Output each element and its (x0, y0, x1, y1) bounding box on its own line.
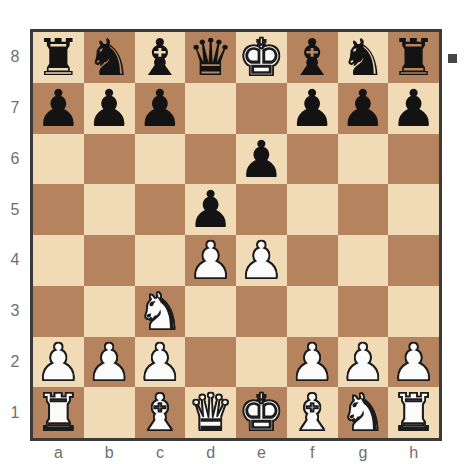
square-h6[interactable] (388, 134, 439, 185)
square-b1[interactable] (84, 387, 135, 438)
square-a7[interactable]: ♟ (33, 83, 84, 134)
square-c8[interactable]: ♝ (135, 32, 186, 83)
file-label-d: d (185, 443, 236, 463)
piece-black-king[interactable]: ♚ (236, 32, 287, 83)
board-frame: ♜♞♝♛♚♝♞♜♟♟♟♟♟♟♟♟♟♟♞♟♟♟♟♟♟♜♝♛♚♝♞♜ (30, 29, 442, 441)
file-label-a: a (33, 443, 84, 463)
square-c5[interactable] (135, 184, 186, 235)
square-d7[interactable] (185, 83, 236, 134)
square-g1[interactable]: ♞ (338, 387, 389, 438)
square-h8[interactable]: ♜ (388, 32, 439, 83)
chess-board[interactable]: ♜♞♝♛♚♝♞♜♟♟♟♟♟♟♟♟♟♟♞♟♟♟♟♟♟♜♝♛♚♝♞♜ (33, 32, 439, 438)
square-g8[interactable]: ♞ (338, 32, 389, 83)
square-a1[interactable]: ♜ (33, 387, 84, 438)
square-d3[interactable] (185, 286, 236, 337)
square-f2[interactable]: ♟ (287, 337, 338, 388)
square-f6[interactable] (287, 134, 338, 185)
piece-white-bishop[interactable]: ♝ (287, 387, 338, 438)
piece-white-king[interactable]: ♚ (236, 387, 287, 438)
square-a8[interactable]: ♜ (33, 32, 84, 83)
square-h5[interactable] (388, 184, 439, 235)
piece-white-pawn[interactable]: ♟ (185, 235, 236, 286)
square-b5[interactable] (84, 184, 135, 235)
square-h7[interactable]: ♟ (388, 83, 439, 134)
square-c4[interactable] (135, 235, 186, 286)
square-e3[interactable] (236, 286, 287, 337)
rank-label-1: 1 (0, 387, 30, 438)
square-c7[interactable]: ♟ (135, 83, 186, 134)
square-f5[interactable] (287, 184, 338, 235)
square-a5[interactable] (33, 184, 84, 235)
file-label-e: e (236, 443, 287, 463)
piece-black-queen[interactable]: ♛ (185, 32, 236, 83)
square-h1[interactable]: ♜ (388, 387, 439, 438)
square-c6[interactable] (135, 134, 186, 185)
piece-black-knight[interactable]: ♞ (338, 32, 389, 83)
piece-white-rook[interactable]: ♜ (388, 387, 439, 438)
piece-white-knight[interactable]: ♞ (338, 387, 389, 438)
square-e1[interactable]: ♚ (236, 387, 287, 438)
square-d2[interactable] (185, 337, 236, 388)
piece-white-pawn[interactable]: ♟ (135, 337, 186, 388)
square-f3[interactable] (287, 286, 338, 337)
piece-white-pawn[interactable]: ♟ (338, 337, 389, 388)
square-a3[interactable] (33, 286, 84, 337)
piece-black-pawn[interactable]: ♟ (33, 83, 84, 134)
square-h3[interactable] (388, 286, 439, 337)
square-a2[interactable]: ♟ (33, 337, 84, 388)
piece-white-queen[interactable]: ♛ (185, 387, 236, 438)
piece-white-pawn[interactable]: ♟ (84, 337, 135, 388)
file-label-f: f (287, 443, 338, 463)
piece-black-bishop[interactable]: ♝ (287, 32, 338, 83)
square-e2[interactable] (236, 337, 287, 388)
square-b7[interactable]: ♟ (84, 83, 135, 134)
square-g7[interactable]: ♟ (338, 83, 389, 134)
square-a6[interactable] (33, 134, 84, 185)
square-b3[interactable] (84, 286, 135, 337)
square-f4[interactable] (287, 235, 338, 286)
piece-white-pawn[interactable]: ♟ (388, 337, 439, 388)
black-to-move-indicator (448, 54, 457, 63)
square-c1[interactable]: ♝ (135, 387, 186, 438)
file-label-h: h (388, 443, 439, 463)
square-c2[interactable]: ♟ (135, 337, 186, 388)
file-label-g: g (338, 443, 389, 463)
square-e8[interactable]: ♚ (236, 32, 287, 83)
square-e6[interactable]: ♟ (236, 134, 287, 185)
rank-label-3: 3 (0, 286, 30, 337)
file-labels: abcdefgh (33, 443, 439, 463)
square-d4[interactable]: ♟ (185, 235, 236, 286)
rank-label-2: 2 (0, 337, 30, 388)
square-g4[interactable] (338, 235, 389, 286)
rank-label-6: 6 (0, 134, 30, 185)
piece-black-rook[interactable]: ♜ (33, 32, 84, 83)
square-b6[interactable] (84, 134, 135, 185)
square-e5[interactable] (236, 184, 287, 235)
piece-white-knight[interactable]: ♞ (135, 286, 186, 337)
square-g3[interactable] (338, 286, 389, 337)
piece-white-pawn[interactable]: ♟ (236, 235, 287, 286)
piece-black-bishop[interactable]: ♝ (135, 32, 186, 83)
square-b8[interactable]: ♞ (84, 32, 135, 83)
square-b2[interactable]: ♟ (84, 337, 135, 388)
file-label-c: c (135, 443, 186, 463)
rank-label-5: 5 (0, 184, 30, 235)
piece-black-pawn[interactable]: ♟ (287, 83, 338, 134)
rank-label-4: 4 (0, 235, 30, 286)
square-f8[interactable]: ♝ (287, 32, 338, 83)
rank-label-8: 8 (0, 32, 30, 83)
square-h2[interactable]: ♟ (388, 337, 439, 388)
square-g5[interactable] (338, 184, 389, 235)
piece-black-pawn[interactable]: ♟ (135, 83, 186, 134)
piece-black-pawn[interactable]: ♟ (236, 134, 287, 185)
square-h4[interactable] (388, 235, 439, 286)
square-d8[interactable]: ♛ (185, 32, 236, 83)
square-f7[interactable]: ♟ (287, 83, 338, 134)
square-c3[interactable]: ♞ (135, 286, 186, 337)
square-f1[interactable]: ♝ (287, 387, 338, 438)
square-d1[interactable]: ♛ (185, 387, 236, 438)
square-d6[interactable] (185, 134, 236, 185)
rank-labels: 87654321 (0, 32, 30, 438)
square-e4[interactable]: ♟ (236, 235, 287, 286)
piece-white-pawn[interactable]: ♟ (33, 337, 84, 388)
square-g6[interactable] (338, 134, 389, 185)
piece-black-pawn[interactable]: ♟ (84, 83, 135, 134)
piece-black-pawn[interactable]: ♟ (338, 83, 389, 134)
chess-board-panel: 87654321 ♜♞♝♛♚♝♞♜♟♟♟♟♟♟♟♟♟♟♞♟♟♟♟♟♟♜♝♛♚♝♞… (0, 0, 464, 464)
piece-black-pawn[interactable]: ♟ (388, 83, 439, 134)
piece-white-bishop[interactable]: ♝ (135, 387, 186, 438)
piece-black-pawn[interactable]: ♟ (185, 184, 236, 235)
square-b4[interactable] (84, 235, 135, 286)
piece-black-rook[interactable]: ♜ (388, 32, 439, 83)
piece-white-pawn[interactable]: ♟ (287, 337, 338, 388)
square-a4[interactable] (33, 235, 84, 286)
piece-white-rook[interactable]: ♜ (33, 387, 84, 438)
square-g2[interactable]: ♟ (338, 337, 389, 388)
square-e7[interactable] (236, 83, 287, 134)
piece-black-knight[interactable]: ♞ (84, 32, 135, 83)
file-label-b: b (84, 443, 135, 463)
square-d5[interactable]: ♟ (185, 184, 236, 235)
rank-label-7: 7 (0, 83, 30, 134)
